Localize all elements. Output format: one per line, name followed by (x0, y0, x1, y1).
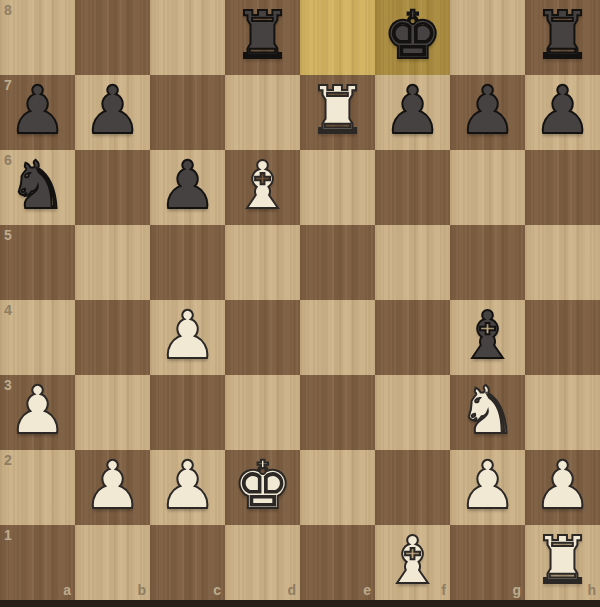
square-d5[interactable] (225, 225, 300, 300)
square-d6[interactable]: ♝ (225, 150, 300, 225)
square-a7[interactable]: ♟7 (0, 75, 75, 150)
square-d8[interactable]: ♜ (225, 0, 300, 75)
square-f5[interactable] (375, 225, 450, 300)
bottom-letterbox-bar (0, 600, 600, 607)
square-a8[interactable]: 8 (0, 0, 75, 75)
piece-white-rook[interactable]: ♜ (308, 78, 367, 144)
square-b2[interactable]: ♟ (75, 450, 150, 525)
file-label-a: a (63, 583, 71, 597)
square-h1[interactable]: ♜h (525, 525, 600, 600)
square-c1[interactable]: c (150, 525, 225, 600)
square-h5[interactable] (525, 225, 600, 300)
square-h6[interactable] (525, 150, 600, 225)
square-b3[interactable] (75, 375, 150, 450)
square-c5[interactable] (150, 225, 225, 300)
piece-black-knight[interactable]: ♞ (8, 153, 67, 219)
chess-app-screen: 8♜♚♜♟7♟♜♟♟♟♞6♟♝54♟♝♟3♞2♟♟♚♟♟1abcde♝fg♜h (0, 0, 600, 607)
piece-white-king[interactable]: ♚ (233, 453, 292, 519)
square-h4[interactable] (525, 300, 600, 375)
piece-black-pawn[interactable]: ♟ (383, 78, 442, 144)
piece-black-pawn[interactable]: ♟ (8, 78, 67, 144)
piece-white-pawn[interactable]: ♟ (158, 453, 217, 519)
square-d3[interactable] (225, 375, 300, 450)
piece-white-pawn[interactable]: ♟ (458, 453, 517, 519)
square-c8[interactable] (150, 0, 225, 75)
rank-label-5: 5 (4, 228, 12, 242)
square-h2[interactable]: ♟ (525, 450, 600, 525)
rank-label-1: 1 (4, 528, 12, 542)
square-g3[interactable]: ♞ (450, 375, 525, 450)
square-a1[interactable]: 1a (0, 525, 75, 600)
piece-black-rook[interactable]: ♜ (233, 3, 292, 69)
square-e3[interactable] (300, 375, 375, 450)
square-f2[interactable] (375, 450, 450, 525)
chess-board: 8♜♚♜♟7♟♜♟♟♟♞6♟♝54♟♝♟3♞2♟♟♚♟♟1abcde♝fg♜h (0, 0, 600, 600)
rank-label-8: 8 (4, 3, 12, 17)
square-e7[interactable]: ♜ (300, 75, 375, 150)
square-b7[interactable]: ♟ (75, 75, 150, 150)
square-g4[interactable]: ♝ (450, 300, 525, 375)
square-a4[interactable]: 4 (0, 300, 75, 375)
square-f8[interactable]: ♚ (375, 0, 450, 75)
square-f7[interactable]: ♟ (375, 75, 450, 150)
piece-black-bishop[interactable]: ♝ (458, 303, 517, 369)
piece-black-king[interactable]: ♚ (383, 3, 442, 69)
piece-black-pawn[interactable]: ♟ (458, 78, 517, 144)
square-g6[interactable] (450, 150, 525, 225)
piece-white-rook[interactable]: ♜ (533, 528, 592, 594)
piece-black-pawn[interactable]: ♟ (158, 153, 217, 219)
square-a3[interactable]: ♟3 (0, 375, 75, 450)
piece-white-bishop[interactable]: ♝ (383, 528, 442, 594)
piece-white-pawn[interactable]: ♟ (8, 378, 67, 444)
square-g2[interactable]: ♟ (450, 450, 525, 525)
square-e8[interactable] (300, 0, 375, 75)
square-d7[interactable] (225, 75, 300, 150)
file-label-d: d (287, 583, 296, 597)
square-g5[interactable] (450, 225, 525, 300)
square-d1[interactable]: d (225, 525, 300, 600)
square-e5[interactable] (300, 225, 375, 300)
square-b6[interactable] (75, 150, 150, 225)
square-h3[interactable] (525, 375, 600, 450)
piece-black-rook[interactable]: ♜ (533, 3, 592, 69)
square-f4[interactable] (375, 300, 450, 375)
square-c7[interactable] (150, 75, 225, 150)
square-b4[interactable] (75, 300, 150, 375)
square-b5[interactable] (75, 225, 150, 300)
piece-black-pawn[interactable]: ♟ (83, 78, 142, 144)
file-label-c: c (213, 583, 221, 597)
square-e4[interactable] (300, 300, 375, 375)
square-c3[interactable] (150, 375, 225, 450)
rank-label-4: 4 (4, 303, 12, 317)
square-a5[interactable]: 5 (0, 225, 75, 300)
square-g7[interactable]: ♟ (450, 75, 525, 150)
piece-white-pawn[interactable]: ♟ (158, 303, 217, 369)
file-label-e: e (363, 583, 371, 597)
square-c2[interactable]: ♟ (150, 450, 225, 525)
square-b8[interactable] (75, 0, 150, 75)
piece-white-knight[interactable]: ♞ (458, 378, 517, 444)
square-f1[interactable]: ♝f (375, 525, 450, 600)
square-g1[interactable]: g (450, 525, 525, 600)
piece-white-bishop[interactable]: ♝ (233, 153, 292, 219)
square-a6[interactable]: ♞6 (0, 150, 75, 225)
square-f3[interactable] (375, 375, 450, 450)
square-h8[interactable]: ♜ (525, 0, 600, 75)
square-f6[interactable] (375, 150, 450, 225)
file-label-b: b (137, 583, 146, 597)
piece-white-pawn[interactable]: ♟ (533, 453, 592, 519)
square-a2[interactable]: 2 (0, 450, 75, 525)
piece-white-pawn[interactable]: ♟ (83, 453, 142, 519)
rank-label-2: 2 (4, 453, 12, 467)
square-h7[interactable]: ♟ (525, 75, 600, 150)
file-label-g: g (512, 583, 521, 597)
piece-black-pawn[interactable]: ♟ (533, 78, 592, 144)
square-g8[interactable] (450, 0, 525, 75)
square-c4[interactable]: ♟ (150, 300, 225, 375)
square-c6[interactable]: ♟ (150, 150, 225, 225)
square-b1[interactable]: b (75, 525, 150, 600)
square-e2[interactable] (300, 450, 375, 525)
square-d2[interactable]: ♚ (225, 450, 300, 525)
square-d4[interactable] (225, 300, 300, 375)
square-e6[interactable] (300, 150, 375, 225)
square-e1[interactable]: e (300, 525, 375, 600)
